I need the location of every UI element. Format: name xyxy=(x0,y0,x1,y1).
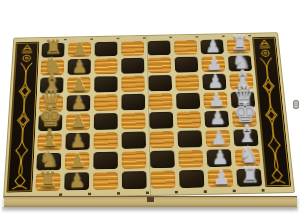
box-clasp xyxy=(293,100,299,109)
square-g3[interactable] xyxy=(91,150,120,170)
square-c3[interactable] xyxy=(92,75,119,94)
square-h7[interactable]: ♟ xyxy=(206,168,236,189)
white-pawn-piece[interactable]: ♟ xyxy=(69,112,86,131)
square-d5[interactable] xyxy=(147,92,175,111)
square-h4[interactable] xyxy=(120,169,149,190)
white-pawn-piece[interactable]: ♟ xyxy=(71,57,87,75)
white-pawn-piece[interactable]: ♟ xyxy=(68,151,85,170)
box-side-edge xyxy=(4,196,297,207)
square-b5[interactable] xyxy=(146,56,173,74)
white-rook-piece[interactable]: ♜ xyxy=(38,169,58,191)
square-e6[interactable] xyxy=(175,110,204,130)
square-d6[interactable] xyxy=(174,92,202,111)
square-a3[interactable] xyxy=(93,40,120,58)
square-h3[interactable] xyxy=(91,170,120,191)
black-pawn-piece[interactable]: ♟ xyxy=(210,129,227,148)
black-rook-piece[interactable]: ♜ xyxy=(240,165,260,187)
square-g7[interactable]: ♟ xyxy=(204,148,234,168)
square-h1[interactable]: ♜ xyxy=(33,171,62,192)
square-h6[interactable] xyxy=(177,168,207,189)
white-pawn-piece[interactable]: ♟ xyxy=(68,171,85,190)
square-f5[interactable] xyxy=(148,130,177,150)
square-g5[interactable] xyxy=(148,149,177,169)
square-e4[interactable] xyxy=(120,111,148,131)
square-c6[interactable] xyxy=(173,73,201,92)
black-pawn-piece[interactable]: ♟ xyxy=(207,72,223,90)
square-f6[interactable] xyxy=(175,129,204,149)
square-g6[interactable] xyxy=(176,148,205,168)
white-pawn-piece[interactable]: ♟ xyxy=(70,75,86,93)
square-g4[interactable] xyxy=(120,149,149,169)
square-a5[interactable] xyxy=(146,39,173,57)
square-d3[interactable] xyxy=(92,93,120,112)
square-f4[interactable] xyxy=(120,130,148,150)
square-d4[interactable] xyxy=(120,93,148,112)
square-b6[interactable] xyxy=(173,56,201,74)
square-e3[interactable] xyxy=(92,112,120,132)
white-pawn-piece[interactable]: ♟ xyxy=(69,131,86,150)
square-b3[interactable] xyxy=(93,57,120,75)
square-h5[interactable] xyxy=(148,169,177,190)
square-g2[interactable]: ♟ xyxy=(63,151,92,171)
square-f3[interactable] xyxy=(92,131,120,151)
square-a4[interactable] xyxy=(119,40,146,58)
chess-set-photo: ♜♟♟♜♞♟♟♞♝♟♟♝♛♟♟♛♚♟♟♚♝♟♟♝♞♟♟♞♜♟♟♜ xyxy=(0,0,300,214)
square-a6[interactable] xyxy=(172,38,199,56)
chess-board: ♜♟♟♜♞♟♟♞♝♟♟♝♛♟♟♛♚♟♟♚♝♟♟♝♞♟♟♞♜♟♟♜ xyxy=(3,32,295,199)
black-pawn-piece[interactable]: ♟ xyxy=(209,109,226,128)
black-pawn-piece[interactable]: ♟ xyxy=(211,148,228,167)
square-h8[interactable]: ♜ xyxy=(234,167,264,188)
drop-shadow xyxy=(2,207,298,213)
square-e5[interactable] xyxy=(147,111,175,131)
black-pawn-piece[interactable]: ♟ xyxy=(205,55,221,73)
square-b4[interactable] xyxy=(119,57,146,75)
square-c4[interactable] xyxy=(120,75,147,94)
square-h2[interactable]: ♟ xyxy=(62,171,91,192)
black-pawn-piece[interactable]: ♟ xyxy=(212,168,229,187)
square-c5[interactable] xyxy=(146,74,174,93)
